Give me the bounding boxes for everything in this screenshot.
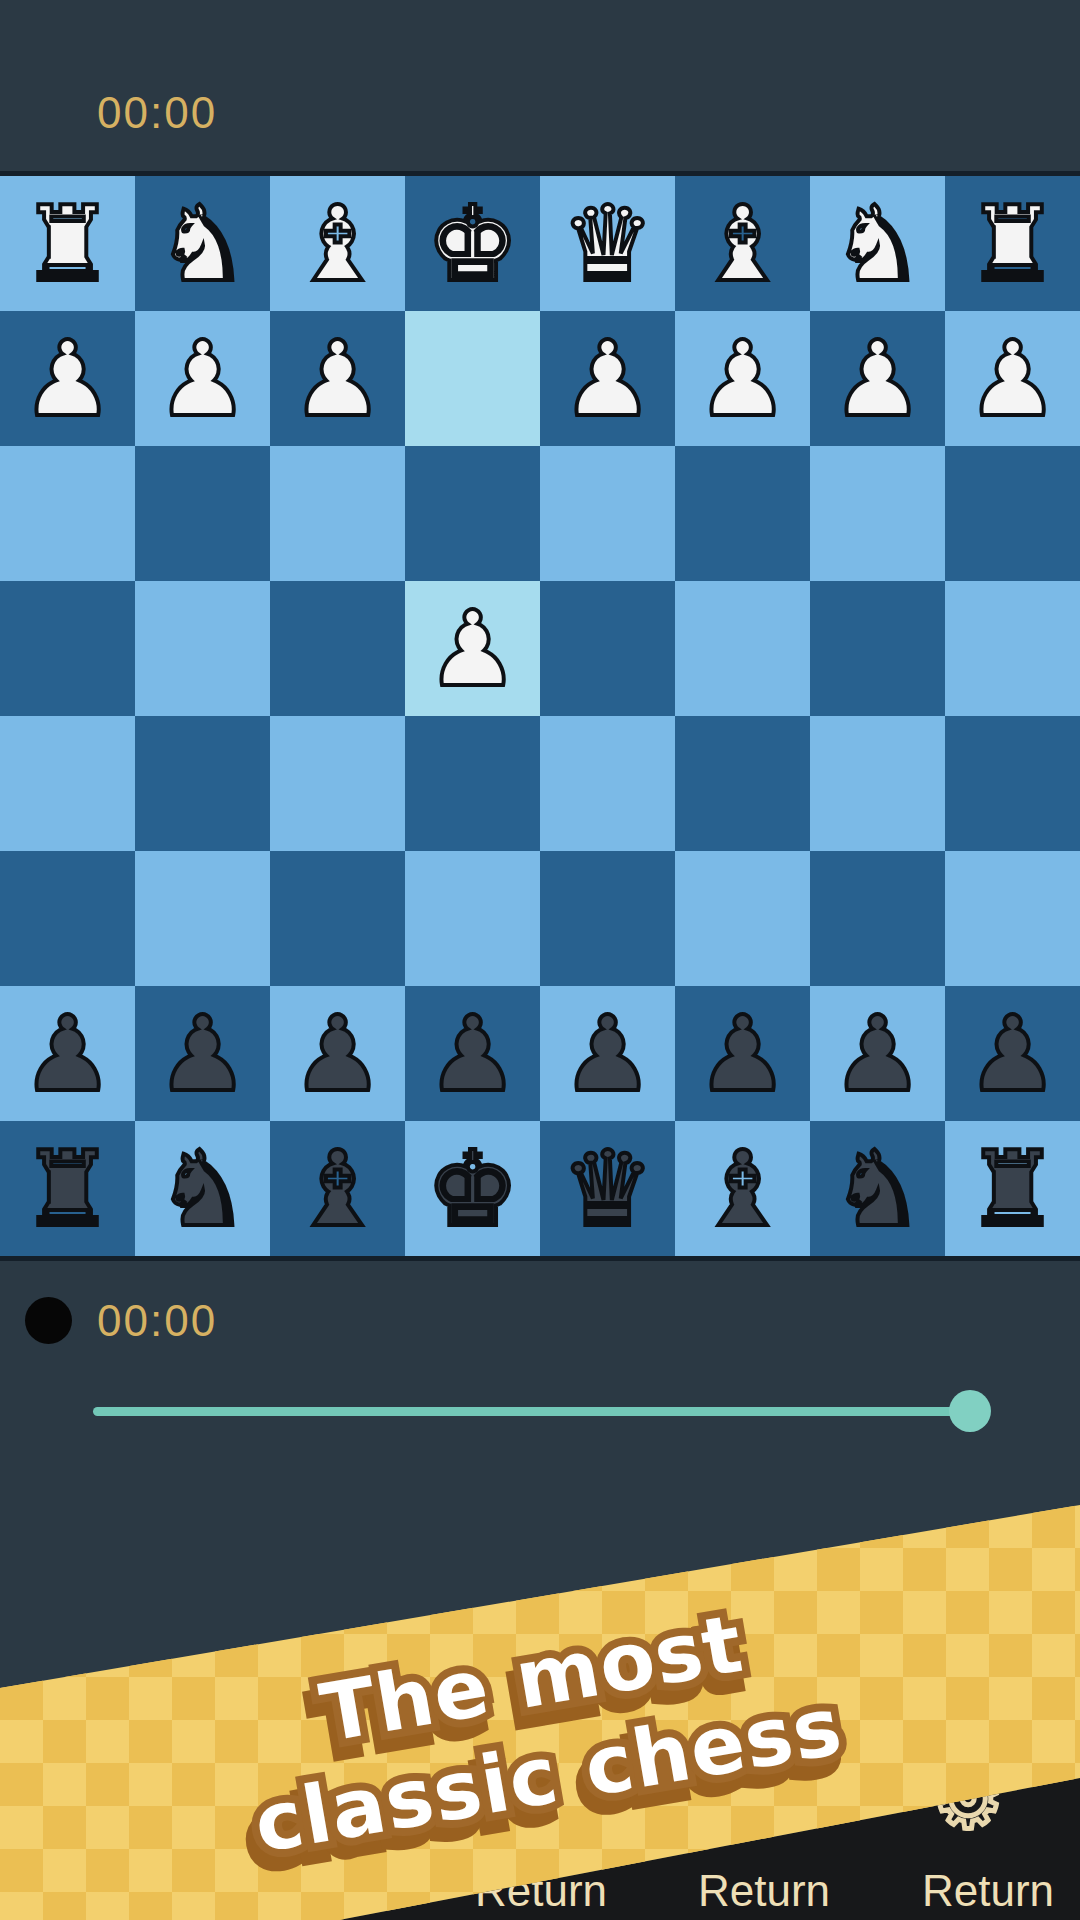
black-pawn: ♟ — [21, 1002, 114, 1106]
white-queen: ♛ — [561, 192, 654, 296]
square-r3c2[interactable] — [135, 446, 270, 581]
white-pawn: ♟ — [21, 327, 114, 431]
square-r1c5[interactable]: ♛ — [540, 176, 675, 311]
square-r7c7[interactable]: ♟ — [810, 986, 945, 1121]
black-knight: ♞ — [831, 1137, 924, 1241]
square-r7c5[interactable]: ♟ — [540, 986, 675, 1121]
white-pawn: ♟ — [291, 327, 384, 431]
white-pawn: ♟ — [156, 327, 249, 431]
square-r1c8[interactable]: ♜ — [945, 176, 1080, 311]
square-r6c6[interactable] — [675, 851, 810, 986]
square-r7c8[interactable]: ♟ — [945, 986, 1080, 1121]
white-knight: ♞ — [831, 192, 924, 296]
square-r2c6[interactable]: ♟ — [675, 311, 810, 446]
square-r5c7[interactable] — [810, 716, 945, 851]
square-r8c8[interactable]: ♜ — [945, 1121, 1080, 1256]
square-r3c5[interactable] — [540, 446, 675, 581]
square-r6c8[interactable] — [945, 851, 1080, 986]
white-pawn: ♟ — [426, 597, 519, 701]
white-king: ♚ — [426, 192, 519, 296]
square-r3c4[interactable] — [405, 446, 540, 581]
square-r7c6[interactable]: ♟ — [675, 986, 810, 1121]
square-r6c5[interactable] — [540, 851, 675, 986]
white-bishop: ♝ — [696, 192, 789, 296]
square-r5c5[interactable] — [540, 716, 675, 851]
square-r5c3[interactable] — [270, 716, 405, 851]
black-bishop: ♝ — [291, 1137, 384, 1241]
square-r2c1[interactable]: ♟ — [0, 311, 135, 446]
white-pawn: ♟ — [696, 327, 789, 431]
square-r2c7[interactable]: ♟ — [810, 311, 945, 446]
square-r8c3[interactable]: ♝ — [270, 1121, 405, 1256]
square-r4c5[interactable] — [540, 581, 675, 716]
square-r2c4[interactable] — [405, 311, 540, 446]
chess-board: ♜♞♝♚♛♝♞♜♟♟♟♟♟♟♟♟♟♟♟♟♟♟♟♟♜♞♝♚♛♝♞♜ — [0, 176, 1080, 1256]
square-r5c1[interactable] — [0, 716, 135, 851]
square-r7c2[interactable]: ♟ — [135, 986, 270, 1121]
square-r8c4[interactable]: ♚ — [405, 1121, 540, 1256]
square-r7c3[interactable]: ♟ — [270, 986, 405, 1121]
square-r1c7[interactable]: ♞ — [810, 176, 945, 311]
ad-banner-title: The most classic chess — [231, 1581, 849, 1873]
square-r8c1[interactable]: ♜ — [0, 1121, 135, 1256]
square-r8c5[interactable]: ♛ — [540, 1121, 675, 1256]
square-r5c6[interactable] — [675, 716, 810, 851]
square-r4c7[interactable] — [810, 581, 945, 716]
square-r5c4[interactable] — [405, 716, 540, 851]
return-button-3[interactable]: Return — [922, 1866, 1054, 1916]
square-r8c2[interactable]: ♞ — [135, 1121, 270, 1256]
square-r1c6[interactable]: ♝ — [675, 176, 810, 311]
white-pawn: ♟ — [831, 327, 924, 431]
square-r2c3[interactable]: ♟ — [270, 311, 405, 446]
square-r3c1[interactable] — [0, 446, 135, 581]
black-rook: ♜ — [21, 1137, 114, 1241]
square-r8c6[interactable]: ♝ — [675, 1121, 810, 1256]
white-player-clock: 00:00 — [97, 88, 217, 138]
black-pawn: ♟ — [426, 1002, 519, 1106]
square-r4c4[interactable]: ♟ — [405, 581, 540, 716]
black-player-clock: 00:00 — [97, 1296, 217, 1346]
white-rook: ♜ — [21, 192, 114, 296]
black-bishop: ♝ — [696, 1137, 789, 1241]
black-pawn: ♟ — [966, 1002, 1059, 1106]
square-r3c8[interactable] — [945, 446, 1080, 581]
square-r7c4[interactable]: ♟ — [405, 986, 540, 1121]
square-r6c4[interactable] — [405, 851, 540, 986]
black-knight: ♞ — [156, 1137, 249, 1241]
square-r6c2[interactable] — [135, 851, 270, 986]
white-pawn: ♟ — [966, 327, 1059, 431]
square-r2c2[interactable]: ♟ — [135, 311, 270, 446]
return-button-2[interactable]: Return — [698, 1866, 830, 1916]
square-r1c4[interactable]: ♚ — [405, 176, 540, 311]
white-knight: ♞ — [156, 192, 249, 296]
black-pawn: ♟ — [831, 1002, 924, 1106]
black-player-indicator — [25, 1297, 72, 1344]
white-rook: ♜ — [966, 192, 1059, 296]
square-r1c1[interactable]: ♜ — [0, 176, 135, 311]
square-r5c8[interactable] — [945, 716, 1080, 851]
square-r4c2[interactable] — [135, 581, 270, 716]
square-r6c1[interactable] — [0, 851, 135, 986]
square-r4c8[interactable] — [945, 581, 1080, 716]
square-r6c7[interactable] — [810, 851, 945, 986]
white-bishop: ♝ — [291, 192, 384, 296]
black-king: ♚ — [426, 1137, 519, 1241]
square-r1c2[interactable]: ♞ — [135, 176, 270, 311]
black-pawn: ♟ — [696, 1002, 789, 1106]
volume-slider-track[interactable] — [93, 1407, 970, 1416]
square-r1c3[interactable]: ♝ — [270, 176, 405, 311]
square-r4c1[interactable] — [0, 581, 135, 716]
square-r8c7[interactable]: ♞ — [810, 1121, 945, 1256]
black-rook: ♜ — [966, 1137, 1059, 1241]
square-r6c3[interactable] — [270, 851, 405, 986]
black-pawn: ♟ — [156, 1002, 249, 1106]
chess-app-screen: 00:00 ♜♞♝♚♛♝♞♜♟♟♟♟♟♟♟♟♟♟♟♟♟♟♟♟♜♞♝♚♛♝♞♜ 0… — [0, 0, 1080, 1920]
square-r2c5[interactable]: ♟ — [540, 311, 675, 446]
square-r3c7[interactable] — [810, 446, 945, 581]
black-pawn: ♟ — [561, 1002, 654, 1106]
square-r2c8[interactable]: ♟ — [945, 311, 1080, 446]
square-r4c3[interactable] — [270, 581, 405, 716]
black-queen: ♛ — [561, 1137, 654, 1241]
square-r4c6[interactable] — [675, 581, 810, 716]
white-pawn: ♟ — [561, 327, 654, 431]
square-r3c3[interactable] — [270, 446, 405, 581]
volume-slider-knob[interactable] — [949, 1390, 991, 1432]
square-r5c2[interactable] — [135, 716, 270, 851]
square-r7c1[interactable]: ♟ — [0, 986, 135, 1121]
black-pawn: ♟ — [291, 1002, 384, 1106]
square-r3c6[interactable] — [675, 446, 810, 581]
